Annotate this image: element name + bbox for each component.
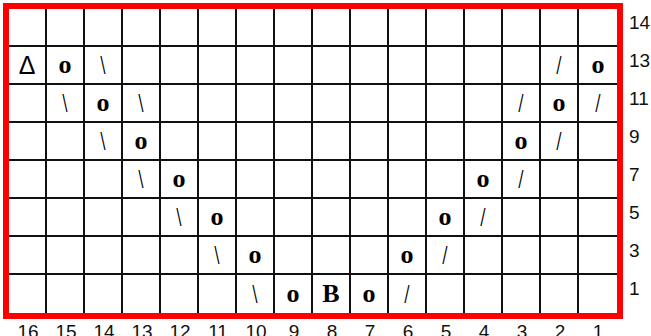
stitch-symbol: \ — [101, 51, 106, 79]
empty-cell — [237, 47, 275, 85]
stitch-symbol: / — [519, 89, 524, 117]
stitch-symbol: \ — [215, 241, 220, 269]
empty-cell — [9, 123, 47, 161]
empty-cell — [47, 275, 85, 313]
empty-cell — [9, 275, 47, 313]
empty-cell — [351, 9, 389, 47]
knitting-chart-figure: Δo\/o\o\/o/\oo/\oo/\oo/\oo/\oBo/ 1413119… — [0, 0, 651, 336]
empty-cell — [465, 237, 503, 275]
stitch-symbol: o — [59, 52, 72, 78]
empty-cell — [579, 275, 617, 313]
col-label: 11 — [208, 322, 228, 336]
col-label: 2 — [555, 322, 566, 336]
col-label: 16 — [17, 322, 38, 336]
stitch-cell: \ — [47, 85, 85, 123]
empty-cell — [9, 237, 47, 275]
stitch-symbol: / — [557, 51, 562, 79]
stitch-cell: o — [427, 199, 465, 237]
empty-cell — [465, 123, 503, 161]
stitch-cell: \ — [85, 47, 123, 85]
stitch-cell: o — [47, 47, 85, 85]
empty-cell — [161, 9, 199, 47]
empty-cell — [9, 9, 47, 47]
row-number-labels: 14131197531 — [629, 0, 651, 336]
empty-cell — [123, 199, 161, 237]
stitch-symbol: o — [515, 128, 528, 154]
stitch-cell: o — [199, 199, 237, 237]
empty-cell — [579, 161, 617, 199]
empty-cell — [123, 47, 161, 85]
stitch-symbol: \ — [101, 127, 106, 155]
empty-cell — [199, 161, 237, 199]
empty-cell — [85, 161, 123, 199]
stitch-cell: B — [313, 275, 351, 313]
col-label: 6 — [403, 322, 414, 336]
empty-cell — [275, 85, 313, 123]
col-label: 13 — [131, 322, 152, 336]
stitch-symbol: / — [519, 165, 524, 193]
row-label: 13 — [629, 51, 650, 70]
stitch-symbol: / — [405, 280, 410, 308]
stitch-symbol: o — [401, 242, 414, 268]
empty-cell — [503, 47, 541, 85]
empty-cell — [313, 47, 351, 85]
empty-cell — [275, 199, 313, 237]
col-label: 3 — [517, 322, 528, 336]
empty-cell — [237, 85, 275, 123]
empty-cell — [351, 47, 389, 85]
stitch-symbol: o — [97, 90, 110, 116]
empty-cell — [503, 199, 541, 237]
col-label: 9 — [289, 322, 300, 336]
empty-cell — [427, 47, 465, 85]
stitch-cell: o — [465, 161, 503, 199]
col-label: 12 — [169, 322, 190, 336]
empty-cell — [313, 123, 351, 161]
empty-cell — [465, 9, 503, 47]
empty-cell — [237, 199, 275, 237]
stitch-cell: o — [85, 85, 123, 123]
empty-cell — [351, 123, 389, 161]
empty-cell — [275, 123, 313, 161]
empty-cell — [237, 9, 275, 47]
stitch-symbol: \ — [139, 89, 144, 117]
stitch-cell: Δ — [9, 47, 47, 85]
row-label: 1 — [629, 279, 640, 298]
empty-cell — [237, 161, 275, 199]
empty-cell — [541, 237, 579, 275]
stitch-symbol: o — [287, 281, 300, 307]
row-label: 9 — [629, 127, 640, 146]
empty-cell — [541, 275, 579, 313]
empty-cell — [579, 9, 617, 47]
empty-cell — [85, 9, 123, 47]
empty-cell — [47, 161, 85, 199]
stitch-symbol: / — [481, 203, 486, 231]
stitch-symbol: \ — [177, 203, 182, 231]
empty-cell — [161, 47, 199, 85]
col-label: 5 — [441, 322, 452, 336]
empty-cell — [199, 123, 237, 161]
col-label: 7 — [365, 322, 376, 336]
empty-cell — [427, 9, 465, 47]
stitch-cell: o — [237, 237, 275, 275]
empty-cell — [275, 9, 313, 47]
stitch-symbol: \ — [253, 280, 258, 308]
stitch-symbol: \ — [139, 165, 144, 193]
empty-cell — [85, 237, 123, 275]
empty-cell — [123, 9, 161, 47]
stitch-cell: / — [503, 161, 541, 199]
stitch-cell: / — [465, 199, 503, 237]
empty-cell — [389, 199, 427, 237]
stitch-cell: o — [351, 275, 389, 313]
stitch-symbol: / — [557, 127, 562, 155]
empty-cell — [427, 275, 465, 313]
empty-cell — [313, 9, 351, 47]
empty-cell — [579, 237, 617, 275]
col-label: 1 — [593, 322, 604, 336]
empty-cell — [237, 123, 275, 161]
empty-cell — [351, 85, 389, 123]
empty-cell — [579, 199, 617, 237]
stitch-cell: / — [427, 237, 465, 275]
empty-cell — [9, 85, 47, 123]
empty-cell — [275, 161, 313, 199]
empty-cell — [47, 199, 85, 237]
empty-cell — [541, 9, 579, 47]
stitch-symbol: o — [173, 166, 186, 192]
stitch-cell: o — [161, 161, 199, 199]
empty-cell — [9, 199, 47, 237]
stitch-cell: o — [123, 123, 161, 161]
empty-cell — [389, 161, 427, 199]
stitch-cell: o — [579, 47, 617, 85]
stitch-symbol: o — [553, 90, 566, 116]
empty-cell — [123, 237, 161, 275]
empty-cell — [503, 237, 541, 275]
empty-cell — [275, 237, 313, 275]
stitch-symbol: o — [211, 204, 224, 230]
empty-cell — [161, 275, 199, 313]
empty-cell — [351, 199, 389, 237]
col-label: 15 — [55, 322, 76, 336]
empty-cell — [503, 275, 541, 313]
empty-cell — [85, 275, 123, 313]
row-label: 7 — [629, 165, 640, 184]
empty-cell — [199, 47, 237, 85]
empty-cell — [275, 47, 313, 85]
stitch-cell: \ — [123, 85, 161, 123]
empty-cell — [541, 161, 579, 199]
stitch-cell: \ — [237, 275, 275, 313]
row-label: 5 — [629, 203, 640, 222]
stitch-symbol: o — [135, 128, 148, 154]
empty-cell — [313, 199, 351, 237]
empty-cell — [199, 275, 237, 313]
col-label: 8 — [327, 322, 338, 336]
empty-cell — [389, 85, 427, 123]
row-label: 11 — [629, 89, 649, 108]
row-label: 3 — [629, 241, 640, 260]
stitch-symbol: o — [439, 204, 452, 230]
stitch-cell: \ — [199, 237, 237, 275]
col-label: 14 — [93, 322, 114, 336]
empty-cell — [199, 85, 237, 123]
empty-cell — [47, 9, 85, 47]
empty-cell — [427, 85, 465, 123]
empty-cell — [161, 85, 199, 123]
empty-cell — [389, 123, 427, 161]
empty-cell — [313, 85, 351, 123]
empty-cell — [541, 199, 579, 237]
stitch-symbol: o — [592, 52, 605, 78]
chart-red-frame: Δo\/o\o\/o/\oo/\oo/\oo/\oo/\oBo/ — [3, 3, 623, 319]
stitch-symbol: o — [249, 242, 262, 268]
stitch-symbol: Δ — [19, 53, 36, 78]
empty-cell — [465, 85, 503, 123]
empty-cell — [503, 9, 541, 47]
empty-cell — [579, 123, 617, 161]
empty-cell — [465, 47, 503, 85]
empty-cell — [351, 237, 389, 275]
empty-cell — [313, 237, 351, 275]
stitch-cell: o — [503, 123, 541, 161]
empty-cell — [427, 123, 465, 161]
chart-grid: Δo\/o\o\/o/\oo/\oo/\oo/\oo/\oBo/ — [9, 9, 617, 313]
empty-cell — [47, 123, 85, 161]
row-label: 14 — [629, 13, 650, 32]
col-label: 10 — [245, 322, 266, 336]
stitch-symbol: o — [477, 166, 490, 192]
empty-cell — [85, 199, 123, 237]
stitch-cell: o — [541, 85, 579, 123]
empty-cell — [313, 161, 351, 199]
stitch-cell: / — [389, 275, 427, 313]
stitch-cell: \ — [123, 161, 161, 199]
empty-cell — [199, 9, 237, 47]
stitch-symbol: \ — [63, 89, 68, 117]
empty-cell — [161, 237, 199, 275]
stitch-symbol: o — [363, 281, 376, 307]
empty-cell — [9, 161, 47, 199]
empty-cell — [161, 123, 199, 161]
stitch-cell: o — [389, 237, 427, 275]
empty-cell — [389, 47, 427, 85]
stitch-cell: / — [503, 85, 541, 123]
stitch-symbol: / — [596, 89, 601, 117]
empty-cell — [389, 9, 427, 47]
stitch-symbol: B — [322, 281, 339, 307]
stitch-cell: / — [579, 85, 617, 123]
stitch-cell: o — [275, 275, 313, 313]
empty-cell — [123, 275, 161, 313]
empty-cell — [47, 237, 85, 275]
column-number-labels: 16151413121110987654321 — [0, 322, 651, 336]
stitch-cell: / — [541, 123, 579, 161]
stitch-cell: \ — [85, 123, 123, 161]
stitch-cell: \ — [161, 199, 199, 237]
empty-cell — [427, 161, 465, 199]
empty-cell — [465, 275, 503, 313]
col-label: 4 — [479, 322, 490, 336]
empty-cell — [351, 161, 389, 199]
stitch-symbol: / — [443, 241, 448, 269]
stitch-cell: / — [541, 47, 579, 85]
